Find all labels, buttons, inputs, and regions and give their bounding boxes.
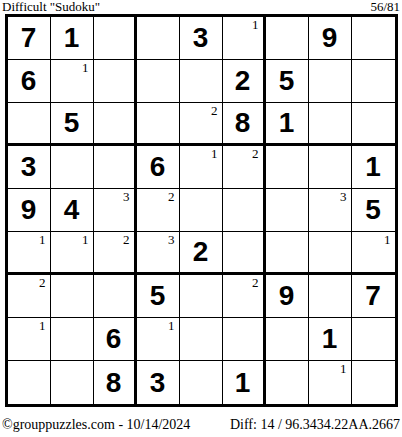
cell-r2c3[interactable] xyxy=(94,60,137,103)
cell-r7c9[interactable]: 7 xyxy=(352,275,395,318)
given-digit: 4 xyxy=(64,196,80,224)
sudoku-grid: 7131961255281361219432351123212529716118… xyxy=(5,14,398,407)
cell-r3c7[interactable]: 1 xyxy=(266,103,309,146)
cell-r9c5[interactable] xyxy=(180,361,223,404)
cell-r9c2[interactable] xyxy=(51,361,94,404)
cell-r7c6[interactable]: 2 xyxy=(223,275,266,318)
cell-r1c3[interactable] xyxy=(94,17,137,60)
cell-r3c5[interactable]: 2 xyxy=(180,103,223,146)
cell-r2c2[interactable]: 1 xyxy=(51,60,94,103)
cell-r8c8[interactable]: 1 xyxy=(309,318,352,361)
pencil-mark: 1 xyxy=(82,61,89,74)
puzzle-title: Difficult "Sudoku" xyxy=(2,0,100,14)
cell-r2c7[interactable]: 5 xyxy=(266,60,309,103)
cell-r3c3[interactable] xyxy=(94,103,137,146)
cell-r1c2[interactable]: 1 xyxy=(51,17,94,60)
difficulty-code: Diff: 14 / 96.3434.22AA.2667 xyxy=(230,417,400,433)
cell-r7c2[interactable] xyxy=(51,275,94,318)
cell-r8c3[interactable]: 6 xyxy=(94,318,137,361)
cell-r2c9[interactable] xyxy=(352,60,395,103)
pencil-mark: 1 xyxy=(168,319,175,332)
pencil-mark: 2 xyxy=(168,190,175,203)
cell-r9c7[interactable] xyxy=(266,361,309,404)
cell-r8c2[interactable] xyxy=(51,318,94,361)
given-digit: 5 xyxy=(150,282,166,310)
given-digit: 2 xyxy=(235,67,251,95)
cell-r6c1[interactable]: 1 xyxy=(8,232,51,275)
cell-r6c8[interactable] xyxy=(309,232,352,275)
given-digit: 7 xyxy=(21,24,37,52)
pencil-mark: 2 xyxy=(39,276,46,289)
given-digit: 8 xyxy=(106,369,122,397)
cell-r9c4[interactable]: 3 xyxy=(137,361,180,404)
cell-r6c6[interactable] xyxy=(223,232,266,275)
cell-r5c3[interactable]: 3 xyxy=(94,189,137,232)
cell-r9c9[interactable] xyxy=(352,361,395,404)
pencil-mark: 1 xyxy=(252,18,259,31)
cell-r1c4[interactable] xyxy=(137,17,180,60)
given-digit: 1 xyxy=(322,325,338,353)
cell-r1c1[interactable]: 7 xyxy=(8,17,51,60)
cell-r6c3[interactable]: 2 xyxy=(94,232,137,275)
cell-r7c5[interactable] xyxy=(180,275,223,318)
progress-counter: 56/81 xyxy=(370,0,400,14)
cell-r8c4[interactable]: 1 xyxy=(137,318,180,361)
cell-r5c7[interactable] xyxy=(266,189,309,232)
cell-r9c8[interactable]: 1 xyxy=(309,361,352,404)
cell-r4c1[interactable]: 3 xyxy=(8,146,51,189)
cell-r7c7[interactable]: 9 xyxy=(266,275,309,318)
cell-r3c9[interactable] xyxy=(352,103,395,146)
pencil-mark: 2 xyxy=(252,147,259,160)
given-digit: 1 xyxy=(365,153,381,181)
cell-r2c4[interactable] xyxy=(137,60,180,103)
cell-r6c9[interactable]: 1 xyxy=(352,232,395,275)
given-digit: 8 xyxy=(235,109,251,137)
cell-r7c3[interactable] xyxy=(94,275,137,318)
given-digit: 1 xyxy=(235,369,251,397)
given-digit: 6 xyxy=(150,153,166,181)
cell-r4c3[interactable] xyxy=(94,146,137,189)
pencil-mark: 1 xyxy=(211,147,218,160)
given-digit: 5 xyxy=(365,196,381,224)
cell-r5c6[interactable] xyxy=(223,189,266,232)
cell-r7c4[interactable]: 5 xyxy=(137,275,180,318)
cell-r4c5[interactable]: 1 xyxy=(180,146,223,189)
pencil-mark: 3 xyxy=(123,190,130,203)
cell-r3c8[interactable] xyxy=(309,103,352,146)
cell-r5c2[interactable]: 4 xyxy=(51,189,94,232)
pencil-mark: 1 xyxy=(340,362,347,375)
given-digit: 5 xyxy=(64,109,80,137)
cell-r6c7[interactable] xyxy=(266,232,309,275)
pencil-mark: 2 xyxy=(252,276,259,289)
cell-r5c8[interactable]: 3 xyxy=(309,189,352,232)
cell-r4c6[interactable]: 2 xyxy=(223,146,266,189)
cell-r2c8[interactable] xyxy=(309,60,352,103)
cell-r2c5[interactable] xyxy=(180,60,223,103)
cell-r8c5[interactable] xyxy=(180,318,223,361)
cell-r1c5[interactable]: 3 xyxy=(180,17,223,60)
given-digit: 9 xyxy=(322,24,338,52)
pencil-mark: 1 xyxy=(82,233,89,246)
cell-r4c8[interactable] xyxy=(309,146,352,189)
copyright-text: ©grouppuzzles.com - 10/14/2024 xyxy=(2,417,190,433)
given-digit: 6 xyxy=(106,325,122,353)
cell-r5c1[interactable]: 9 xyxy=(8,189,51,232)
cell-r5c9[interactable]: 5 xyxy=(352,189,395,232)
cell-r4c2[interactable] xyxy=(51,146,94,189)
given-digit: 9 xyxy=(21,196,37,224)
given-digit: 3 xyxy=(21,153,37,181)
cell-r1c7[interactable] xyxy=(266,17,309,60)
cell-r6c4[interactable]: 3 xyxy=(137,232,180,275)
cell-r3c4[interactable] xyxy=(137,103,180,146)
pencil-mark: 1 xyxy=(39,319,46,332)
cell-r3c1[interactable] xyxy=(8,103,51,146)
given-digit: 6 xyxy=(21,67,37,95)
pencil-mark: 1 xyxy=(39,233,46,246)
pencil-mark: 3 xyxy=(340,190,347,203)
cell-r4c7[interactable] xyxy=(266,146,309,189)
sudoku-page: Difficult "Sudoku" 56/81 713196125528136… xyxy=(0,0,402,437)
header: Difficult "Sudoku" 56/81 xyxy=(0,0,402,14)
cell-r8c1[interactable]: 1 xyxy=(8,318,51,361)
cell-r1c9[interactable] xyxy=(352,17,395,60)
footer: ©grouppuzzles.com - 10/14/2024 Diff: 14 … xyxy=(0,417,402,437)
given-digit: 3 xyxy=(150,369,166,397)
cell-r6c2[interactable]: 1 xyxy=(51,232,94,275)
cell-r4c9[interactable]: 1 xyxy=(352,146,395,189)
given-digit: 3 xyxy=(193,24,209,52)
cell-r9c3[interactable]: 8 xyxy=(94,361,137,404)
pencil-mark: 1 xyxy=(384,233,391,246)
cell-r2c6[interactable]: 2 xyxy=(223,60,266,103)
cell-r3c2[interactable]: 5 xyxy=(51,103,94,146)
cell-r9c6[interactable]: 1 xyxy=(223,361,266,404)
given-digit: 2 xyxy=(193,238,209,266)
cell-r4c4[interactable]: 6 xyxy=(137,146,180,189)
given-digit: 1 xyxy=(64,24,80,52)
cell-r8c6[interactable] xyxy=(223,318,266,361)
cell-r1c8[interactable]: 9 xyxy=(309,17,352,60)
cell-r7c1[interactable]: 2 xyxy=(8,275,51,318)
given-digit: 7 xyxy=(365,282,381,310)
cell-r9c1[interactable] xyxy=(8,361,51,404)
cell-r5c5[interactable] xyxy=(180,189,223,232)
pencil-mark: 2 xyxy=(123,233,130,246)
pencil-mark: 2 xyxy=(211,104,218,117)
given-digit: 5 xyxy=(279,67,295,95)
cell-r1c6[interactable]: 1 xyxy=(223,17,266,60)
cell-r6c5[interactable]: 2 xyxy=(180,232,223,275)
cell-r3c6[interactable]: 8 xyxy=(223,103,266,146)
cell-r2c1[interactable]: 6 xyxy=(8,60,51,103)
cell-r7c8[interactable] xyxy=(309,275,352,318)
given-digit: 1 xyxy=(279,109,295,137)
given-digit: 9 xyxy=(279,282,295,310)
cell-r8c9[interactable] xyxy=(352,318,395,361)
cell-r5c4[interactable]: 2 xyxy=(137,189,180,232)
pencil-mark: 3 xyxy=(168,233,175,246)
cell-r8c7[interactable] xyxy=(266,318,309,361)
